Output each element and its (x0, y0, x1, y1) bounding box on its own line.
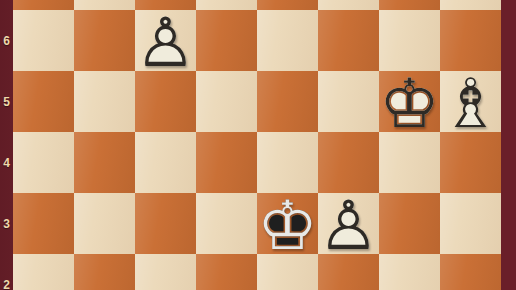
square-g5[interactable]: ♚♔ (379, 71, 440, 132)
square-f7[interactable] (318, 0, 379, 10)
square-c2[interactable] (135, 254, 196, 290)
square-a2[interactable] (13, 254, 74, 290)
square-d2[interactable] (196, 254, 257, 290)
square-h3[interactable] (440, 193, 501, 254)
black-king-e3[interactable]: ♚♔ (257, 192, 318, 260)
square-a3[interactable] (13, 193, 74, 254)
square-f4[interactable] (318, 132, 379, 193)
rank-label-6: 6 (0, 34, 13, 48)
square-f3[interactable]: ♟♙ (318, 193, 379, 254)
square-d5[interactable] (196, 71, 257, 132)
rank-label-5: 5 (0, 95, 13, 109)
square-d6[interactable] (196, 10, 257, 71)
square-b2[interactable] (74, 254, 135, 290)
chess-board: ♟♙♚♔♝♗♚♔♟♙ (13, 0, 501, 290)
square-b5[interactable] (74, 71, 135, 132)
piece-glyph-outline: ♗ (440, 70, 501, 138)
square-h6[interactable] (440, 10, 501, 71)
square-b6[interactable] (74, 10, 135, 71)
square-h5[interactable]: ♝♗ (440, 71, 501, 132)
rank-label-2: 2 (0, 278, 13, 290)
chess-board-frame: ♟♙♚♔♝♗♚♔♟♙ 65432 (0, 0, 516, 290)
square-b7[interactable] (74, 0, 135, 10)
square-e7[interactable] (257, 0, 318, 10)
square-a7[interactable] (13, 0, 74, 10)
square-c6[interactable]: ♟♙ (135, 10, 196, 71)
square-c4[interactable] (135, 132, 196, 193)
white-king-g5[interactable]: ♚♔ (379, 70, 440, 138)
square-e6[interactable] (257, 10, 318, 71)
square-f6[interactable] (318, 10, 379, 71)
square-e4[interactable] (257, 132, 318, 193)
square-c3[interactable] (135, 193, 196, 254)
square-h7[interactable] (440, 0, 501, 10)
piece-glyph-outline: ♔ (379, 70, 440, 138)
white-bishop-h5[interactable]: ♝♗ (440, 70, 501, 138)
piece-glyph-outline: ♙ (318, 192, 379, 260)
square-h2[interactable] (440, 254, 501, 290)
white-pawn-f3[interactable]: ♟♙ (318, 192, 379, 260)
rank-label-4: 4 (0, 156, 13, 170)
square-e3[interactable]: ♚♔ (257, 193, 318, 254)
square-d3[interactable] (196, 193, 257, 254)
square-g7[interactable] (379, 0, 440, 10)
square-a6[interactable] (13, 10, 74, 71)
square-d4[interactable] (196, 132, 257, 193)
square-b3[interactable] (74, 193, 135, 254)
square-a5[interactable] (13, 71, 74, 132)
square-f5[interactable] (318, 71, 379, 132)
piece-glyph-outline: ♙ (135, 9, 196, 77)
square-g6[interactable] (379, 10, 440, 71)
white-pawn-c6[interactable]: ♟♙ (135, 9, 196, 77)
square-e5[interactable] (257, 71, 318, 132)
square-d7[interactable] (196, 0, 257, 10)
rank-label-3: 3 (0, 217, 13, 231)
square-g2[interactable] (379, 254, 440, 290)
piece-glyph-outline: ♔ (257, 192, 318, 260)
square-g3[interactable] (379, 193, 440, 254)
square-b4[interactable] (74, 132, 135, 193)
square-a4[interactable] (13, 132, 74, 193)
